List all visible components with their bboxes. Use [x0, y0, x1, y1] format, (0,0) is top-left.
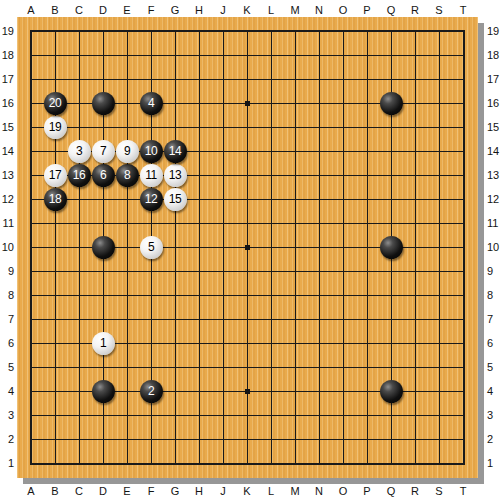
coord-left-12: 12 [0, 192, 14, 206]
move-number: 9 [124, 145, 130, 157]
coord-top-B: B [43, 3, 67, 17]
stone-black-Q4[interactable] [380, 380, 403, 403]
coord-right-9: 9 [487, 264, 500, 278]
coord-top-F: F [139, 3, 163, 17]
move-number: 8 [124, 169, 130, 181]
coord-bottom-R: R [403, 484, 427, 498]
coord-bottom-A: A [19, 484, 43, 498]
move-number: 12 [145, 193, 157, 205]
coord-bottom-K: K [235, 484, 259, 498]
coord-right-17: 17 [487, 72, 500, 86]
coord-top-N: N [307, 3, 331, 17]
coord-right-3: 3 [487, 408, 500, 422]
stone-black-F12[interactable]: 12 [140, 188, 163, 211]
stone-black-F4[interactable]: 2 [140, 380, 163, 403]
stone-white-G12[interactable]: 15 [164, 188, 187, 211]
coord-left-15: 15 [0, 120, 14, 134]
coord-right-16: 16 [487, 96, 500, 110]
star-point-K16 [245, 101, 250, 106]
coord-top-S: S [427, 3, 451, 17]
coord-bottom-J: J [211, 484, 235, 498]
move-number: 17 [49, 169, 61, 181]
move-number: 18 [49, 193, 61, 205]
coord-bottom-N: N [307, 484, 331, 498]
stone-black-G14[interactable]: 14 [164, 140, 187, 163]
coord-left-5: 5 [0, 360, 14, 374]
go-board: 1234567891011121314151617181920 [17, 17, 478, 478]
move-number: 16 [73, 169, 85, 181]
coord-right-10: 10 [487, 240, 500, 254]
coord-top-J: J [211, 3, 235, 17]
star-point-K10 [245, 245, 250, 250]
coord-right-8: 8 [487, 288, 500, 302]
coord-bottom-L: L [259, 484, 283, 498]
star-point-K4 [245, 389, 250, 394]
coord-top-Q: Q [379, 3, 403, 17]
coord-left-2: 2 [0, 432, 14, 446]
coord-top-M: M [283, 3, 307, 17]
stone-black-D16[interactable] [92, 92, 115, 115]
board-grid[interactable]: 1234567891011121314151617181920 [19, 19, 475, 475]
coord-top-R: R [403, 3, 427, 17]
coord-bottom-H: H [187, 484, 211, 498]
coord-bottom-T: T [451, 484, 475, 498]
coord-left-3: 3 [0, 408, 14, 422]
stone-white-G13[interactable]: 13 [164, 164, 187, 187]
coord-left-14: 14 [0, 144, 14, 158]
move-number: 4 [148, 97, 154, 109]
coord-bottom-D: D [91, 484, 115, 498]
coord-bottom-F: F [139, 484, 163, 498]
move-number: 3 [76, 145, 82, 157]
stone-black-Q16[interactable] [380, 92, 403, 115]
coord-top-E: E [115, 3, 139, 17]
coord-top-C: C [67, 3, 91, 17]
coord-left-16: 16 [0, 96, 14, 110]
stone-black-C13[interactable]: 16 [68, 164, 91, 187]
move-number: 15 [169, 193, 181, 205]
stone-black-D10[interactable] [92, 236, 115, 259]
move-number: 6 [100, 169, 106, 181]
move-number: 10 [145, 145, 157, 157]
coord-right-1: 1 [487, 456, 500, 470]
coord-right-2: 2 [487, 432, 500, 446]
stone-white-B15[interactable]: 19 [44, 116, 67, 139]
stone-black-Q10[interactable] [380, 236, 403, 259]
stone-black-B16[interactable]: 20 [44, 92, 67, 115]
move-number: 7 [100, 145, 106, 157]
stone-black-D4[interactable] [92, 380, 115, 403]
move-number: 11 [145, 169, 156, 181]
move-number: 2 [148, 385, 154, 397]
coord-top-L: L [259, 3, 283, 17]
stone-black-E13[interactable]: 8 [116, 164, 139, 187]
coord-right-12: 12 [487, 192, 500, 206]
coord-top-A: A [19, 3, 43, 17]
coord-right-6: 6 [487, 336, 500, 350]
coord-left-19: 19 [0, 24, 14, 38]
stone-black-B12[interactable]: 18 [44, 188, 67, 211]
go-diagram: 1234567891011121314151617181920 AABBCCDD… [0, 0, 500, 500]
coord-bottom-M: M [283, 484, 307, 498]
coord-left-18: 18 [0, 48, 14, 62]
coord-right-13: 13 [487, 168, 500, 182]
coord-right-7: 7 [487, 312, 500, 326]
coord-left-10: 10 [0, 240, 14, 254]
coord-right-11: 11 [487, 216, 500, 230]
coord-bottom-E: E [115, 484, 139, 498]
coord-right-14: 14 [487, 144, 500, 158]
coord-bottom-O: O [331, 484, 355, 498]
coord-top-T: T [451, 3, 475, 17]
coord-left-1: 1 [0, 456, 14, 470]
coord-left-9: 9 [0, 264, 14, 278]
coord-left-4: 4 [0, 384, 14, 398]
coord-top-O: O [331, 3, 355, 17]
stone-white-E14[interactable]: 9 [116, 140, 139, 163]
coord-right-18: 18 [487, 48, 500, 62]
stone-white-D6[interactable]: 1 [92, 332, 115, 355]
coord-right-15: 15 [487, 120, 500, 134]
coord-right-19: 19 [487, 24, 500, 38]
coord-bottom-G: G [163, 484, 187, 498]
coord-bottom-S: S [427, 484, 451, 498]
coord-top-H: H [187, 3, 211, 17]
stone-white-F13[interactable]: 11 [140, 164, 163, 187]
move-number: 13 [169, 169, 181, 181]
coord-left-17: 17 [0, 72, 14, 86]
coord-left-8: 8 [0, 288, 14, 302]
move-number: 1 [100, 337, 106, 349]
coord-left-13: 13 [0, 168, 14, 182]
coord-top-K: K [235, 3, 259, 17]
stone-white-C14[interactable]: 3 [68, 140, 91, 163]
stone-white-F10[interactable]: 5 [140, 236, 163, 259]
coord-bottom-P: P [355, 484, 379, 498]
stone-white-B13[interactable]: 17 [44, 164, 67, 187]
coord-right-4: 4 [487, 384, 500, 398]
coord-left-6: 6 [0, 336, 14, 350]
coord-top-P: P [355, 3, 379, 17]
coord-top-G: G [163, 3, 187, 17]
coord-bottom-C: C [67, 484, 91, 498]
stone-black-D13[interactable]: 6 [92, 164, 115, 187]
coord-bottom-Q: Q [379, 484, 403, 498]
move-number: 20 [49, 97, 61, 109]
stone-black-F14[interactable]: 10 [140, 140, 163, 163]
move-number: 19 [49, 121, 61, 133]
move-number: 5 [148, 241, 154, 253]
coord-top-D: D [91, 3, 115, 17]
coord-left-7: 7 [0, 312, 14, 326]
coord-right-5: 5 [487, 360, 500, 374]
stone-white-D14[interactable]: 7 [92, 140, 115, 163]
stone-black-F16[interactable]: 4 [140, 92, 163, 115]
coord-left-11: 11 [0, 216, 14, 230]
coord-bottom-B: B [43, 484, 67, 498]
move-number: 14 [169, 145, 181, 157]
